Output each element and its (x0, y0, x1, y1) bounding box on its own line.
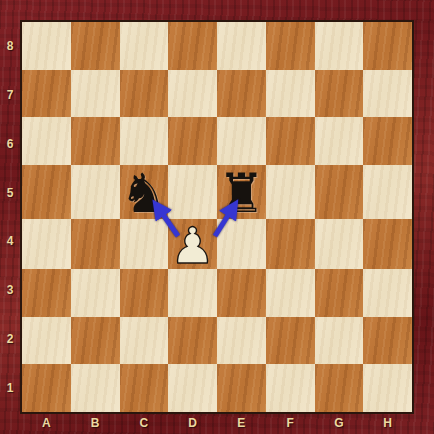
square-b3[interactable] (71, 269, 120, 317)
square-d4[interactable]: ♟ (168, 219, 217, 269)
black-rook[interactable]: ♜ (217, 167, 265, 221)
square-a2[interactable] (22, 317, 71, 365)
square-c5[interactable]: ♞ (120, 165, 169, 219)
square-h2[interactable] (363, 317, 412, 365)
square-h4[interactable] (363, 219, 412, 269)
square-d8[interactable] (168, 22, 217, 70)
square-d6[interactable] (168, 117, 217, 165)
square-a6[interactable] (22, 117, 71, 165)
square-g4[interactable] (315, 219, 364, 269)
square-f8[interactable] (266, 22, 315, 70)
rank-label-1: 1 (0, 363, 20, 412)
square-h3[interactable] (363, 269, 412, 317)
square-a7[interactable] (22, 70, 71, 118)
square-d2[interactable] (168, 317, 217, 365)
rank-label-5: 5 (0, 168, 20, 217)
square-d7[interactable] (168, 70, 217, 118)
square-b7[interactable] (71, 70, 120, 118)
file-label-a: A (22, 412, 71, 434)
square-e2[interactable] (217, 317, 266, 365)
file-label-g: G (315, 412, 364, 434)
square-f2[interactable] (266, 317, 315, 365)
square-e5[interactable]: ♜ (217, 165, 266, 219)
rank-label-6: 6 (0, 120, 20, 169)
square-g5[interactable] (315, 165, 364, 219)
square-g2[interactable] (315, 317, 364, 365)
square-d3[interactable] (168, 269, 217, 317)
square-a5[interactable] (22, 165, 71, 219)
square-b6[interactable] (71, 117, 120, 165)
square-a3[interactable] (22, 269, 71, 317)
rank-label-7: 7 (0, 71, 20, 120)
square-g6[interactable] (315, 117, 364, 165)
rank-label-4: 4 (0, 217, 20, 266)
square-b8[interactable] (71, 22, 120, 70)
square-e4[interactable] (217, 219, 266, 269)
rank-label-3: 3 (0, 266, 20, 315)
file-label-e: E (217, 412, 266, 434)
square-e7[interactable] (217, 70, 266, 118)
file-label-c: C (120, 412, 169, 434)
rank-labels: 87654321 (0, 22, 20, 412)
square-h6[interactable] (363, 117, 412, 165)
square-f3[interactable] (266, 269, 315, 317)
square-a1[interactable] (22, 364, 71, 412)
square-g3[interactable] (315, 269, 364, 317)
square-c2[interactable] (120, 317, 169, 365)
square-c6[interactable] (120, 117, 169, 165)
square-h8[interactable] (363, 22, 412, 70)
square-e3[interactable] (217, 269, 266, 317)
square-f1[interactable] (266, 364, 315, 412)
white-pawn[interactable]: ♟ (170, 221, 215, 271)
file-label-d: D (168, 412, 217, 434)
file-labels: ABCDEFGH (22, 412, 412, 434)
square-e6[interactable] (217, 117, 266, 165)
square-f7[interactable] (266, 70, 315, 118)
square-d1[interactable] (168, 364, 217, 412)
chessboard-frame: 87654321 ABCDEFGH ♞♜♟ (0, 0, 434, 434)
square-h5[interactable] (363, 165, 412, 219)
square-c8[interactable] (120, 22, 169, 70)
square-b5[interactable] (71, 165, 120, 219)
square-c3[interactable] (120, 269, 169, 317)
rank-label-2: 2 (0, 315, 20, 364)
square-b1[interactable] (71, 364, 120, 412)
file-label-b: B (71, 412, 120, 434)
square-c1[interactable] (120, 364, 169, 412)
square-g7[interactable] (315, 70, 364, 118)
file-label-f: F (266, 412, 315, 434)
black-knight[interactable]: ♞ (120, 167, 168, 221)
square-f4[interactable] (266, 219, 315, 269)
rank-label-8: 8 (0, 22, 20, 71)
square-c7[interactable] (120, 70, 169, 118)
square-d5[interactable] (168, 165, 217, 219)
square-e8[interactable] (217, 22, 266, 70)
square-a4[interactable] (22, 219, 71, 269)
square-h1[interactable] (363, 364, 412, 412)
square-f5[interactable] (266, 165, 315, 219)
square-g1[interactable] (315, 364, 364, 412)
square-a8[interactable] (22, 22, 71, 70)
square-b4[interactable] (71, 219, 120, 269)
file-label-h: H (363, 412, 412, 434)
square-g8[interactable] (315, 22, 364, 70)
square-b2[interactable] (71, 317, 120, 365)
board-border: ♞♜♟ (20, 20, 414, 414)
square-e1[interactable] (217, 364, 266, 412)
square-h7[interactable] (363, 70, 412, 118)
chessboard: ♞♜♟ (22, 22, 412, 412)
square-f6[interactable] (266, 117, 315, 165)
square-c4[interactable] (120, 219, 169, 269)
